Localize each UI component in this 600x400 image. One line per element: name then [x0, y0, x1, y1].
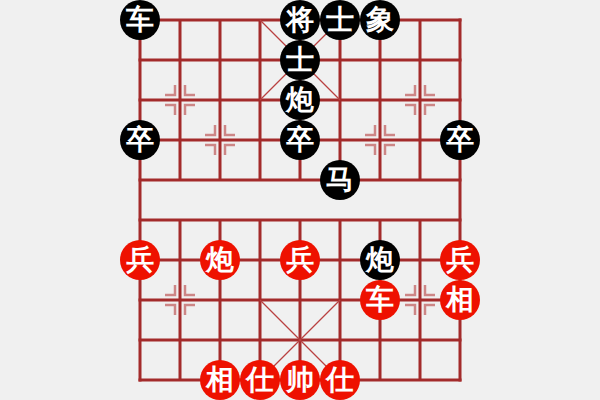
piece-black-advisor[interactable]: 士 [320, 0, 360, 40]
pieces-grid: 车将士象士炮卒卒卒马兵炮兵炮兵车相相仕帅仕 [120, 0, 480, 400]
piece-black-elephant[interactable]: 象 [360, 0, 400, 40]
piece-black-soldier[interactable]: 卒 [280, 120, 320, 160]
piece-red-general[interactable]: 帅 [280, 360, 320, 400]
piece-black-chariot[interactable]: 车 [120, 0, 160, 40]
piece-red-advisor[interactable]: 仕 [240, 360, 280, 400]
piece-red-advisor[interactable]: 仕 [320, 360, 360, 400]
piece-black-horse[interactable]: 马 [320, 160, 360, 200]
piece-black-advisor[interactable]: 士 [280, 40, 320, 80]
piece-red-cannon[interactable]: 炮 [200, 240, 240, 280]
xiangqi-app-stage: 车将士象士炮卒卒卒马兵炮兵炮兵车相相仕帅仕 [0, 0, 600, 400]
piece-black-cannon[interactable]: 炮 [280, 80, 320, 120]
piece-red-soldier[interactable]: 兵 [440, 240, 480, 280]
piece-black-general[interactable]: 将 [280, 0, 320, 40]
piece-red-elephant[interactable]: 相 [200, 360, 240, 400]
piece-red-elephant[interactable]: 相 [440, 280, 480, 320]
piece-red-soldier[interactable]: 兵 [120, 240, 160, 280]
piece-red-soldier[interactable]: 兵 [280, 240, 320, 280]
piece-black-soldier[interactable]: 卒 [120, 120, 160, 160]
piece-black-soldier[interactable]: 卒 [440, 120, 480, 160]
piece-red-chariot[interactable]: 车 [360, 280, 400, 320]
piece-black-cannon[interactable]: 炮 [360, 240, 400, 280]
